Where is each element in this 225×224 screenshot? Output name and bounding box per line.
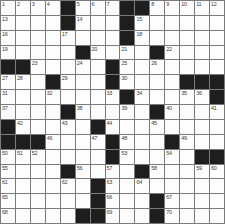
clue-number: 35 bbox=[181, 90, 187, 96]
cell-r2c2[interactable] bbox=[16, 16, 30, 30]
clue-number: 31 bbox=[2, 90, 8, 96]
clue-number: 43 bbox=[62, 120, 68, 126]
cell-r1c2[interactable]: 2 bbox=[16, 1, 30, 15]
cell-r4c5[interactable] bbox=[61, 46, 75, 60]
cell-r15c2[interactable] bbox=[16, 209, 30, 223]
cell-r6c5[interactable]: 29 bbox=[61, 75, 75, 89]
cell-r5c3[interactable]: 23 bbox=[31, 60, 45, 74]
cell-r3c2[interactable] bbox=[16, 31, 30, 45]
cell-r11c3[interactable]: 52 bbox=[31, 150, 45, 164]
cell-r13c12[interactable] bbox=[165, 179, 179, 193]
cell-r10c4[interactable]: 46 bbox=[46, 135, 60, 149]
cell-r15c9[interactable] bbox=[120, 209, 134, 223]
clue-number: 7 bbox=[107, 1, 110, 7]
black-cell-r4c6 bbox=[76, 46, 90, 60]
black-cell-r7c9 bbox=[120, 90, 134, 104]
cell-r3c12[interactable] bbox=[165, 31, 179, 45]
cell-r12c4[interactable] bbox=[46, 165, 60, 179]
cell-r1c13[interactable]: 10 bbox=[180, 1, 194, 15]
cell-r11c1[interactable]: 50 bbox=[1, 150, 15, 164]
black-cell-r9c1 bbox=[1, 120, 15, 134]
cell-r1c1[interactable]: 1 bbox=[1, 1, 15, 15]
cell-r7c5[interactable] bbox=[61, 90, 75, 104]
cell-r7c3[interactable] bbox=[31, 90, 45, 104]
clue-number: 52 bbox=[32, 150, 38, 156]
cell-r12c15[interactable]: 60 bbox=[210, 165, 224, 179]
clue-number: 58 bbox=[151, 165, 157, 171]
clue-number: 21 bbox=[121, 46, 127, 52]
clue-number: 9 bbox=[166, 1, 169, 7]
cell-r1c3[interactable]: 3 bbox=[31, 1, 45, 15]
cell-r13c1[interactable]: 61 bbox=[1, 179, 15, 193]
cell-r15c13[interactable] bbox=[180, 209, 194, 223]
black-cell-r1c10 bbox=[135, 1, 149, 15]
cell-r13c15[interactable] bbox=[210, 179, 224, 193]
cell-r6c12[interactable] bbox=[165, 75, 179, 89]
clue-number: 5 bbox=[77, 1, 80, 7]
cell-r2c3[interactable] bbox=[31, 16, 45, 30]
clue-number: 20 bbox=[92, 46, 98, 52]
clue-number: 55 bbox=[2, 165, 8, 171]
clue-number: 61 bbox=[2, 179, 8, 185]
clue-number: 11 bbox=[196, 1, 201, 7]
cell-r9c14[interactable] bbox=[195, 120, 209, 134]
cell-r11c11[interactable] bbox=[150, 150, 164, 164]
cell-r4c10[interactable] bbox=[135, 46, 149, 60]
cell-r3c7[interactable] bbox=[91, 31, 105, 45]
cell-r7c2[interactable] bbox=[16, 90, 30, 104]
black-cell-r11c15 bbox=[210, 150, 224, 164]
cell-r10c7[interactable]: 47 bbox=[91, 135, 105, 149]
clue-number: 40 bbox=[166, 105, 172, 111]
clue-number: 64 bbox=[136, 179, 142, 185]
cell-r10c6[interactable] bbox=[76, 135, 90, 149]
cell-r8c12[interactable]: 40 bbox=[165, 105, 179, 119]
clue-number: 1 bbox=[2, 1, 5, 7]
cell-r8c10[interactable] bbox=[135, 105, 149, 119]
cell-r6c10[interactable] bbox=[135, 75, 149, 89]
cell-r11c5[interactable] bbox=[61, 150, 75, 164]
cell-r4c1[interactable]: 19 bbox=[1, 46, 15, 60]
clue-number: 59 bbox=[196, 165, 202, 171]
cell-r8c15[interactable]: 41 bbox=[210, 105, 224, 119]
black-cell-r1c5 bbox=[61, 1, 75, 15]
cell-r14c1[interactable]: 65 bbox=[1, 194, 15, 208]
cell-r3c4[interactable] bbox=[46, 31, 60, 45]
cell-r7c1[interactable]: 31 bbox=[1, 90, 15, 104]
cell-r14c2[interactable] bbox=[16, 194, 30, 208]
black-cell-r13c7 bbox=[91, 179, 105, 193]
cell-r7c8[interactable]: 33 bbox=[106, 90, 120, 104]
black-cell-r2c9 bbox=[120, 16, 134, 30]
black-cell-r15c7 bbox=[91, 209, 105, 223]
cell-r2c11[interactable] bbox=[150, 16, 164, 30]
clue-number: 27 bbox=[2, 75, 8, 81]
cell-r13c11[interactable] bbox=[150, 179, 164, 193]
clue-number: 23 bbox=[32, 60, 38, 66]
clue-number: 33 bbox=[107, 90, 113, 96]
cell-r13c6[interactable] bbox=[76, 179, 90, 193]
cell-r9c11[interactable]: 45 bbox=[150, 120, 164, 134]
cell-r6c3[interactable] bbox=[31, 75, 45, 89]
cell-r12c13[interactable] bbox=[180, 165, 194, 179]
clue-number: 29 bbox=[62, 75, 68, 81]
clue-number: 17 bbox=[62, 31, 68, 37]
black-cell-r10c3 bbox=[31, 135, 45, 149]
cell-r4c4[interactable] bbox=[46, 46, 60, 60]
cell-r15c3[interactable] bbox=[31, 209, 45, 223]
clue-number: 38 bbox=[77, 105, 83, 111]
cell-r13c10[interactable]: 64 bbox=[135, 179, 149, 193]
cell-r9c9[interactable] bbox=[120, 120, 134, 134]
cell-r10c15[interactable] bbox=[210, 135, 224, 149]
cell-r12c6[interactable]: 56 bbox=[76, 165, 90, 179]
cell-r10c14[interactable] bbox=[195, 135, 209, 149]
clue-number: 67 bbox=[166, 194, 172, 200]
cell-r12c8[interactable]: 57 bbox=[106, 165, 120, 179]
cell-r4c3[interactable] bbox=[31, 46, 45, 60]
cell-r10c9[interactable]: 48 bbox=[120, 135, 134, 149]
crossword-grid: 1234567891011121314151617181920212223242… bbox=[0, 0, 225, 224]
cell-r5c12[interactable] bbox=[165, 60, 179, 74]
clue-number: 28 bbox=[17, 75, 23, 81]
cell-r2c8[interactable] bbox=[106, 16, 120, 30]
black-cell-r15c6 bbox=[76, 209, 90, 223]
black-cell-r12c10 bbox=[135, 165, 149, 179]
clue-number: 8 bbox=[151, 1, 154, 7]
cell-r11c2[interactable]: 51 bbox=[16, 150, 30, 164]
cell-r3c14[interactable] bbox=[195, 31, 209, 45]
cell-r3c5[interactable]: 17 bbox=[61, 31, 75, 45]
cell-r9c15[interactable] bbox=[210, 120, 224, 134]
cell-r8c3[interactable] bbox=[31, 105, 45, 119]
cell-r4c15[interactable] bbox=[210, 46, 224, 60]
black-cell-r8c11 bbox=[150, 105, 164, 119]
cell-r4c12[interactable]: 22 bbox=[165, 46, 179, 60]
black-cell-r11c14 bbox=[195, 150, 209, 164]
cell-r15c15[interactable] bbox=[210, 209, 224, 223]
black-cell-r6c14 bbox=[195, 75, 209, 89]
cell-r12c9[interactable] bbox=[120, 165, 134, 179]
clue-number: 51 bbox=[17, 150, 23, 156]
cell-r5c13[interactable] bbox=[180, 60, 194, 74]
clue-number: 49 bbox=[181, 135, 187, 141]
black-cell-r15c11 bbox=[150, 209, 164, 223]
cell-r1c7[interactable]: 6 bbox=[91, 1, 105, 15]
cell-r14c12[interactable]: 67 bbox=[165, 194, 179, 208]
clue-number: 60 bbox=[211, 165, 217, 171]
cell-r8c13[interactable] bbox=[180, 105, 194, 119]
clue-number: 36 bbox=[196, 90, 202, 96]
cell-r5c6[interactable]: 24 bbox=[76, 60, 90, 74]
cell-r14c4[interactable] bbox=[46, 194, 60, 208]
clue-number: 42 bbox=[17, 120, 23, 126]
cell-r3c8[interactable] bbox=[106, 31, 120, 45]
cell-r8c2[interactable] bbox=[16, 105, 30, 119]
black-cell-r6c4 bbox=[46, 75, 60, 89]
cell-r13c3[interactable] bbox=[31, 179, 45, 193]
cell-r7c13[interactable]: 35 bbox=[180, 90, 194, 104]
cell-r11c6[interactable] bbox=[76, 150, 90, 164]
cell-r4c8[interactable] bbox=[106, 46, 120, 60]
cell-r5c5[interactable] bbox=[61, 60, 75, 74]
cell-r9c3[interactable] bbox=[31, 120, 45, 134]
cell-r2c13[interactable] bbox=[180, 16, 194, 30]
black-cell-r2c5 bbox=[61, 16, 75, 30]
black-cell-r10c2 bbox=[16, 135, 30, 149]
cell-r14c10[interactable] bbox=[135, 194, 149, 208]
cell-r11c12[interactable]: 54 bbox=[165, 150, 179, 164]
cell-r7c12[interactable] bbox=[165, 90, 179, 104]
cell-r10c5[interactable] bbox=[61, 135, 75, 149]
cell-r3c10[interactable]: 18 bbox=[135, 31, 149, 45]
cell-r11c9[interactable]: 53 bbox=[120, 150, 134, 164]
cell-r3c1[interactable]: 16 bbox=[1, 31, 15, 45]
cell-r9c8[interactable]: 44 bbox=[106, 120, 120, 134]
cell-r3c6[interactable] bbox=[76, 31, 90, 45]
cell-r12c7[interactable] bbox=[91, 165, 105, 179]
black-cell-r9c7 bbox=[91, 120, 105, 134]
cell-r12c14[interactable]: 59 bbox=[195, 165, 209, 179]
cell-r15c14[interactable] bbox=[195, 209, 209, 223]
clue-number: 15 bbox=[136, 16, 142, 22]
cell-r15c12[interactable]: 70 bbox=[165, 209, 179, 223]
cell-r10c11[interactable] bbox=[150, 135, 164, 149]
cell-r1c8[interactable]: 7 bbox=[106, 1, 120, 15]
black-cell-r14c7 bbox=[91, 194, 105, 208]
cell-r10c13[interactable]: 49 bbox=[180, 135, 194, 149]
cell-r14c13[interactable] bbox=[180, 194, 194, 208]
cell-r15c4[interactable] bbox=[46, 209, 60, 223]
cell-r1c4[interactable]: 4 bbox=[46, 1, 60, 15]
black-cell-r5c1 bbox=[1, 60, 15, 74]
cell-r4c9[interactable]: 21 bbox=[120, 46, 134, 60]
black-cell-r7c15 bbox=[210, 90, 224, 104]
clue-number: 4 bbox=[47, 1, 50, 7]
cell-r6c2[interactable]: 28 bbox=[16, 75, 30, 89]
clue-number: 2 bbox=[17, 1, 20, 7]
clue-number: 69 bbox=[107, 209, 113, 215]
clue-number: 41 bbox=[211, 105, 217, 111]
black-cell-r10c12 bbox=[165, 135, 179, 149]
cell-r11c4[interactable] bbox=[46, 150, 60, 164]
clue-number: 6 bbox=[92, 1, 95, 7]
clue-number: 45 bbox=[151, 120, 157, 126]
clue-number: 3 bbox=[32, 1, 35, 7]
black-cell-r6c13 bbox=[180, 75, 194, 89]
cell-r8c7[interactable] bbox=[91, 105, 105, 119]
cell-r12c12[interactable] bbox=[165, 165, 179, 179]
clue-number: 53 bbox=[121, 150, 127, 156]
cell-r14c9[interactable] bbox=[120, 194, 134, 208]
cell-r2c12[interactable] bbox=[165, 16, 179, 30]
cell-r3c3[interactable] bbox=[31, 31, 45, 45]
cell-r15c10[interactable] bbox=[135, 209, 149, 223]
cell-r3c15[interactable] bbox=[210, 31, 224, 45]
clue-number: 47 bbox=[92, 135, 98, 141]
cell-r11c7[interactable] bbox=[91, 150, 105, 164]
cell-r12c2[interactable] bbox=[16, 165, 30, 179]
cell-r2c7[interactable] bbox=[91, 16, 105, 30]
cell-r13c8[interactable]: 63 bbox=[106, 179, 120, 193]
clue-number: 13 bbox=[2, 16, 8, 22]
black-cell-r10c1 bbox=[1, 135, 15, 149]
cell-r14c6[interactable] bbox=[76, 194, 90, 208]
clue-number: 44 bbox=[107, 120, 113, 126]
clue-number: 25 bbox=[121, 60, 127, 66]
cell-r7c4[interactable]: 32 bbox=[46, 90, 60, 104]
cell-r8c4[interactable] bbox=[46, 105, 60, 119]
cell-r15c1[interactable]: 68 bbox=[1, 209, 15, 223]
clue-number: 56 bbox=[77, 165, 83, 171]
cell-r1c12[interactable]: 9 bbox=[165, 1, 179, 15]
cell-r9c5[interactable]: 43 bbox=[61, 120, 75, 134]
cell-r8c9[interactable]: 39 bbox=[120, 105, 134, 119]
cell-r4c13[interactable] bbox=[180, 46, 194, 60]
black-cell-r10c8 bbox=[106, 135, 120, 149]
cell-r14c14[interactable] bbox=[195, 194, 209, 208]
clue-number: 48 bbox=[121, 135, 127, 141]
cell-r12c3[interactable] bbox=[31, 165, 45, 179]
clue-number: 68 bbox=[2, 209, 8, 215]
cell-r9c6[interactable] bbox=[76, 120, 90, 134]
cell-r10c10[interactable] bbox=[135, 135, 149, 149]
cell-r14c15[interactable] bbox=[210, 194, 224, 208]
cell-r1c6[interactable]: 5 bbox=[76, 1, 90, 15]
clue-number: 39 bbox=[121, 105, 127, 111]
cell-r7c14[interactable]: 36 bbox=[195, 90, 209, 104]
cell-r12c11[interactable]: 58 bbox=[150, 165, 164, 179]
cell-r6c11[interactable] bbox=[150, 75, 164, 89]
clue-number: 37 bbox=[2, 105, 8, 111]
cell-r12c1[interactable]: 55 bbox=[1, 165, 15, 179]
black-cell-r3c9 bbox=[120, 31, 134, 45]
cell-r13c2[interactable] bbox=[16, 179, 30, 193]
cell-r8c1[interactable]: 37 bbox=[1, 105, 15, 119]
cell-r13c4[interactable] bbox=[46, 179, 60, 193]
cell-r15c5[interactable] bbox=[61, 209, 75, 223]
cell-r8c14[interactable] bbox=[195, 105, 209, 119]
cell-r2c4[interactable] bbox=[46, 16, 60, 30]
cell-r2c1[interactable]: 13 bbox=[1, 16, 15, 30]
clue-number: 32 bbox=[47, 90, 53, 96]
clue-number: 26 bbox=[151, 60, 157, 66]
cell-r9c12[interactable] bbox=[165, 120, 179, 134]
clue-number: 63 bbox=[107, 179, 113, 185]
cell-r13c5[interactable]: 62 bbox=[61, 179, 75, 193]
clue-number: 14 bbox=[77, 16, 83, 22]
cell-r4c2[interactable] bbox=[16, 46, 30, 60]
cell-r5c15[interactable] bbox=[210, 60, 224, 74]
cell-r14c8[interactable]: 66 bbox=[106, 194, 120, 208]
cell-r6c6[interactable] bbox=[76, 75, 90, 89]
black-cell-r12c5 bbox=[61, 165, 75, 179]
cell-r6c1[interactable]: 27 bbox=[1, 75, 15, 89]
cell-r7c10[interactable]: 34 bbox=[135, 90, 149, 104]
clue-number: 34 bbox=[136, 90, 142, 96]
black-cell-r6c15 bbox=[210, 75, 224, 89]
clue-number: 50 bbox=[2, 150, 8, 156]
clue-number: 18 bbox=[136, 31, 142, 37]
clue-number: 10 bbox=[181, 1, 187, 7]
cell-r14c5[interactable] bbox=[61, 194, 75, 208]
clue-number: 57 bbox=[107, 165, 113, 171]
cell-r7c7[interactable] bbox=[91, 90, 105, 104]
clue-number: 22 bbox=[166, 46, 172, 52]
clue-number: 54 bbox=[166, 150, 172, 156]
cell-r11c10[interactable] bbox=[135, 150, 149, 164]
clue-number: 70 bbox=[166, 209, 172, 215]
cell-r4c14[interactable] bbox=[195, 46, 209, 60]
black-cell-r8c5 bbox=[61, 105, 75, 119]
cell-r6c9[interactable]: 30 bbox=[120, 75, 134, 89]
cell-r3c11[interactable] bbox=[150, 31, 164, 45]
cell-r5c11[interactable]: 26 bbox=[150, 60, 164, 74]
clue-number: 65 bbox=[2, 194, 8, 200]
cell-r5c14[interactable] bbox=[195, 60, 209, 74]
black-cell-r4c11 bbox=[150, 46, 164, 60]
black-cell-r5c8 bbox=[106, 60, 120, 74]
cell-r2c6[interactable]: 14 bbox=[76, 16, 90, 30]
clue-number: 30 bbox=[121, 75, 127, 81]
cell-r2c10[interactable]: 15 bbox=[135, 16, 149, 30]
cell-r13c9[interactable] bbox=[120, 179, 134, 193]
clue-number: 46 bbox=[47, 135, 53, 141]
clue-number: 66 bbox=[107, 194, 113, 200]
cell-r6c7[interactable] bbox=[91, 75, 105, 89]
cell-r4c7[interactable]: 20 bbox=[91, 46, 105, 60]
cell-r5c4[interactable] bbox=[46, 60, 60, 74]
cell-r2c15[interactable] bbox=[210, 16, 224, 30]
clue-number: 12 bbox=[211, 1, 217, 7]
black-cell-r1c9 bbox=[120, 1, 134, 15]
clue-number: 24 bbox=[77, 60, 83, 66]
clue-number: 62 bbox=[62, 179, 68, 185]
cell-r9c13[interactable] bbox=[180, 120, 194, 134]
cell-r2c14[interactable] bbox=[195, 16, 209, 30]
clue-number: 19 bbox=[2, 46, 8, 52]
cell-r11c13[interactable] bbox=[180, 150, 194, 164]
black-cell-r14c11 bbox=[150, 194, 164, 208]
cell-r14c3[interactable] bbox=[31, 194, 45, 208]
black-cell-r5c2 bbox=[16, 60, 30, 74]
cell-r5c9[interactable]: 25 bbox=[120, 60, 134, 74]
cell-r1c11[interactable]: 8 bbox=[150, 1, 164, 15]
cell-r13c13[interactable] bbox=[180, 179, 194, 193]
cell-r1c14[interactable]: 11 bbox=[195, 1, 209, 15]
cell-r9c4[interactable] bbox=[46, 120, 60, 134]
clue-number: 16 bbox=[2, 31, 8, 37]
cell-r8c8[interactable] bbox=[106, 105, 120, 119]
cell-r9c10[interactable] bbox=[135, 120, 149, 134]
cell-r3c13[interactable] bbox=[180, 31, 194, 45]
cell-r8c6[interactable]: 38 bbox=[76, 105, 90, 119]
cell-r13c14[interactable] bbox=[195, 179, 209, 193]
cell-r7c11[interactable] bbox=[150, 90, 164, 104]
cell-r9c2[interactable]: 42 bbox=[16, 120, 30, 134]
cell-r5c10[interactable] bbox=[135, 60, 149, 74]
cell-r15c8[interactable]: 69 bbox=[106, 209, 120, 223]
black-cell-r11c8 bbox=[106, 150, 120, 164]
cell-r5c7[interactable] bbox=[91, 60, 105, 74]
cell-r1c15[interactable]: 12 bbox=[210, 1, 224, 15]
cell-r7c6[interactable] bbox=[76, 90, 90, 104]
black-cell-r6c8 bbox=[106, 75, 120, 89]
